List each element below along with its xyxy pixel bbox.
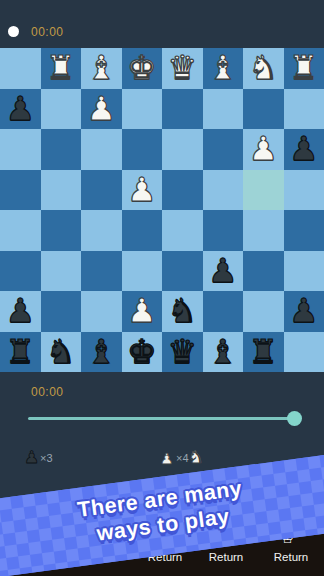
white-king: ♚: [127, 48, 157, 88]
square-g2[interactable]: [41, 89, 82, 130]
slider-knob-icon[interactable]: [287, 411, 302, 426]
square-d3[interactable]: [162, 129, 203, 170]
black-queen: ♛: [167, 332, 197, 372]
square-b2[interactable]: [243, 89, 284, 130]
black-pawn: ♟: [208, 251, 238, 291]
square-g4[interactable]: [41, 170, 82, 211]
captured-white-pawn-icon: ♟: [160, 449, 173, 469]
square-d2[interactable]: [162, 89, 203, 130]
black-rook: ♜: [5, 332, 35, 372]
black-pawn: ♟: [289, 129, 319, 169]
square-a8[interactable]: [284, 332, 324, 373]
square-g7[interactable]: [41, 291, 82, 332]
square-h3[interactable]: [0, 129, 41, 170]
black-knight: ♞: [167, 291, 197, 331]
top-player-bar: 00:00: [0, 0, 324, 48]
square-b4[interactable]: [243, 170, 284, 211]
square-e3[interactable]: [122, 129, 163, 170]
square-d8[interactable]: ♛: [162, 332, 203, 373]
return-button-2[interactable]: Return: [209, 551, 244, 563]
black-knight: ♞: [46, 332, 76, 372]
black-bishop: ♝: [86, 332, 116, 372]
square-b7[interactable]: [243, 291, 284, 332]
square-a1[interactable]: ♜: [284, 48, 324, 89]
square-e4[interactable]: ♟: [122, 170, 163, 211]
black-pawn: ♟: [5, 291, 35, 331]
square-c3[interactable]: [203, 129, 244, 170]
square-c5[interactable]: [203, 210, 244, 251]
square-d1[interactable]: ♛: [162, 48, 203, 89]
white-pawn: ♟: [86, 89, 116, 129]
return-button-3[interactable]: Return: [274, 551, 309, 563]
square-e1[interactable]: ♚: [122, 48, 163, 89]
square-c8[interactable]: ♝: [203, 332, 244, 373]
white-bishop: ♝: [86, 48, 116, 88]
square-e6[interactable]: [122, 251, 163, 292]
square-e7[interactable]: ♟: [122, 291, 163, 332]
square-f5[interactable]: [81, 210, 122, 251]
turn-indicator-icon: [8, 26, 19, 37]
bottom-player-clock: 00:00: [31, 385, 64, 399]
square-b1[interactable]: ♞: [243, 48, 284, 89]
square-a7[interactable]: ♟: [284, 291, 324, 332]
captured-black-pawn-count: ×3: [40, 452, 53, 464]
white-queen: ♛: [167, 48, 197, 88]
white-pawn: ♟: [127, 170, 157, 210]
square-g6[interactable]: [41, 251, 82, 292]
square-f7[interactable]: [81, 291, 122, 332]
square-a3[interactable]: ♟: [284, 129, 324, 170]
time-slider[interactable]: [28, 417, 296, 420]
top-player-clock: 00:00: [31, 25, 64, 39]
black-rook: ♜: [248, 332, 278, 372]
square-f3[interactable]: [81, 129, 122, 170]
black-bishop: ♝: [208, 332, 238, 372]
white-rook: ♜: [289, 48, 319, 88]
square-h2[interactable]: ♟: [0, 89, 41, 130]
white-knight: ♞: [248, 48, 278, 88]
square-a2[interactable]: [284, 89, 324, 130]
square-c7[interactable]: [203, 291, 244, 332]
black-king: ♚: [127, 332, 157, 372]
square-f2[interactable]: ♟: [81, 89, 122, 130]
square-f6[interactable]: [81, 251, 122, 292]
square-e2[interactable]: [122, 89, 163, 130]
square-f4[interactable]: [81, 170, 122, 211]
board: ♜♝♚♛♝♞♜♟♟♟♟♟♟♟♟♞♟♜♞♝♚♛♝♜: [0, 48, 324, 372]
square-d7[interactable]: ♞: [162, 291, 203, 332]
square-e8[interactable]: ♚: [122, 332, 163, 373]
square-h8[interactable]: ♜: [0, 332, 41, 373]
square-d5[interactable]: [162, 210, 203, 251]
white-rook: ♜: [46, 48, 76, 88]
square-f8[interactable]: ♝: [81, 332, 122, 373]
white-bishop: ♝: [208, 48, 238, 88]
square-c6[interactable]: ♟: [203, 251, 244, 292]
square-h7[interactable]: ♟: [0, 291, 41, 332]
captured-white-pawn-count: ×4: [176, 452, 189, 464]
square-b5[interactable]: [243, 210, 284, 251]
square-g8[interactable]: ♞: [41, 332, 82, 373]
square-b8[interactable]: ♜: [243, 332, 284, 373]
square-g1[interactable]: ♜: [41, 48, 82, 89]
square-b3[interactable]: ♟: [243, 129, 284, 170]
square-f1[interactable]: ♝: [81, 48, 122, 89]
square-g3[interactable]: [41, 129, 82, 170]
square-h4[interactable]: [0, 170, 41, 211]
square-c2[interactable]: [203, 89, 244, 130]
square-h6[interactable]: [0, 251, 41, 292]
square-c1[interactable]: ♝: [203, 48, 244, 89]
square-h5[interactable]: [0, 210, 41, 251]
square-h1[interactable]: [0, 48, 41, 89]
white-pawn: ♟: [248, 129, 278, 169]
black-pawn: ♟: [5, 89, 35, 129]
square-b6[interactable]: [243, 251, 284, 292]
square-e5[interactable]: [122, 210, 163, 251]
square-a5[interactable]: [284, 210, 324, 251]
square-g5[interactable]: [41, 210, 82, 251]
square-a6[interactable]: [284, 251, 324, 292]
square-c4[interactable]: [203, 170, 244, 211]
square-a4[interactable]: [284, 170, 324, 211]
app-screen: 00:00 ♜♝♚♛♝♞♜♟♟♟♟♟♟♟♟♞♟♜♞♝♚♛♝♜ 00:00 ♟ ×…: [0, 0, 324, 576]
square-d4[interactable]: [162, 170, 203, 211]
square-d6[interactable]: [162, 251, 203, 292]
captured-black-pawn-icon: ♟: [24, 447, 39, 467]
captured-white-knight-icon: ♞: [188, 447, 203, 467]
black-pawn: ♟: [289, 291, 319, 331]
white-pawn: ♟: [127, 291, 157, 331]
